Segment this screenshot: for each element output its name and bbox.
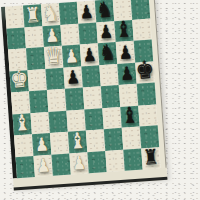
square-c8[interactable] xyxy=(138,104,157,127)
square-b7[interactable] xyxy=(122,127,141,150)
square-a3[interactable] xyxy=(51,153,70,176)
square-f6[interactable]: ♞ xyxy=(98,42,117,65)
square-f7[interactable]: ♟ xyxy=(116,41,135,64)
square-c7[interactable]: ♝ xyxy=(120,105,139,128)
square-h5[interactable]: ♟ xyxy=(77,0,96,23)
square-e7[interactable]: ♟ xyxy=(117,62,136,85)
square-d5[interactable] xyxy=(83,86,102,109)
square-d3[interactable] xyxy=(47,89,66,112)
square-g2[interactable] xyxy=(24,26,43,49)
square-d6[interactable] xyxy=(101,85,120,108)
square-h1[interactable] xyxy=(5,5,24,28)
square-b5[interactable] xyxy=(86,129,105,152)
square-f3[interactable]: ♛ xyxy=(44,46,63,69)
piece-black-bishop[interactable]: ♝ xyxy=(115,18,133,41)
piece-white-pawn[interactable]: ♟ xyxy=(64,47,79,66)
piece-white-bishop[interactable]: ♝ xyxy=(69,129,87,152)
square-a7[interactable] xyxy=(123,148,142,171)
square-a2[interactable]: ♟ xyxy=(33,154,52,177)
square-c2[interactable] xyxy=(30,111,49,134)
piece-white-knight[interactable]: ♞ xyxy=(42,2,60,25)
piece-black-pawn[interactable]: ♟ xyxy=(120,65,135,84)
piece-black-pawn[interactable]: ♟ xyxy=(118,43,133,62)
square-c5[interactable] xyxy=(84,108,103,131)
board-playing-area: ♜♞♟♞♟♟♝♛♟♟♞♟♚♟♟♚♝♝♟♝♟♟♜ xyxy=(1,0,167,179)
piece-white-pawn[interactable]: ♟ xyxy=(72,154,87,173)
square-b1[interactable] xyxy=(14,134,33,157)
chess-board: ♜♞♟♞♟♟♝♛♟♟♞♟♚♟♟♚♝♝♟♝♟♟♜ xyxy=(1,0,167,188)
square-g5[interactable] xyxy=(78,22,97,45)
square-e8[interactable]: ♚ xyxy=(135,61,154,84)
square-g1[interactable] xyxy=(6,27,25,50)
board-grid: ♜♞♟♞♟♟♝♛♟♟♞♟♚♟♟♚♝♝♟♝♟♟♜ xyxy=(5,0,161,178)
piece-white-rook[interactable]: ♜ xyxy=(24,4,41,26)
square-e3[interactable] xyxy=(45,67,64,90)
square-b6[interactable] xyxy=(104,128,123,151)
piece-white-bishop[interactable]: ♝ xyxy=(13,111,31,134)
photo-background: ♜♞♟♞♟♟♝♛♟♟♞♟♚♟♟♚♝♝♟♝♟♟♜ xyxy=(0,0,200,200)
square-e6[interactable] xyxy=(99,64,118,87)
square-g7[interactable]: ♝ xyxy=(114,19,133,42)
piece-black-king[interactable]: ♚ xyxy=(135,57,155,83)
square-d8[interactable] xyxy=(137,82,156,105)
square-e1[interactable]: ♚ xyxy=(9,70,28,93)
square-a1[interactable] xyxy=(15,156,34,179)
square-a4[interactable]: ♟ xyxy=(69,152,88,175)
piece-white-pawn[interactable]: ♟ xyxy=(34,135,49,154)
square-b2[interactable]: ♟ xyxy=(32,133,51,156)
square-d2[interactable] xyxy=(29,90,48,113)
square-f2[interactable] xyxy=(26,47,45,70)
piece-black-bishop[interactable]: ♝ xyxy=(121,104,139,127)
square-h6[interactable]: ♞ xyxy=(95,0,114,22)
piece-black-knight[interactable]: ♞ xyxy=(99,41,117,64)
square-c3[interactable] xyxy=(48,110,67,133)
square-h8[interactable] xyxy=(131,0,150,19)
square-h4[interactable] xyxy=(59,2,78,25)
square-c1[interactable]: ♝ xyxy=(12,113,31,136)
piece-black-rook[interactable]: ♜ xyxy=(143,147,160,169)
piece-black-knight[interactable]: ♞ xyxy=(96,0,114,21)
piece-white-queen[interactable]: ♛ xyxy=(44,43,63,67)
piece-white-pawn[interactable]: ♟ xyxy=(36,157,51,176)
square-a6[interactable] xyxy=(105,149,124,172)
square-g8[interactable] xyxy=(132,18,151,41)
square-g4[interactable] xyxy=(60,23,79,46)
square-d4[interactable] xyxy=(65,87,84,110)
square-b3[interactable] xyxy=(50,132,69,155)
square-h2[interactable]: ♜ xyxy=(23,4,42,27)
square-e5[interactable] xyxy=(81,65,100,88)
square-e4[interactable]: ♟ xyxy=(63,66,82,89)
piece-black-pawn[interactable]: ♟ xyxy=(82,46,97,65)
square-h3[interactable]: ♞ xyxy=(41,3,60,26)
square-a5[interactable] xyxy=(87,151,106,174)
square-a8[interactable]: ♜ xyxy=(141,147,160,170)
square-c6[interactable] xyxy=(102,106,121,129)
square-f4[interactable]: ♟ xyxy=(62,45,81,68)
piece-white-king[interactable]: ♚ xyxy=(9,66,29,92)
square-f5[interactable]: ♟ xyxy=(80,43,99,66)
piece-black-pawn[interactable]: ♟ xyxy=(66,68,81,87)
square-e2[interactable] xyxy=(27,69,46,92)
piece-black-pawn[interactable]: ♟ xyxy=(79,3,94,22)
square-b4[interactable]: ♝ xyxy=(68,130,87,153)
